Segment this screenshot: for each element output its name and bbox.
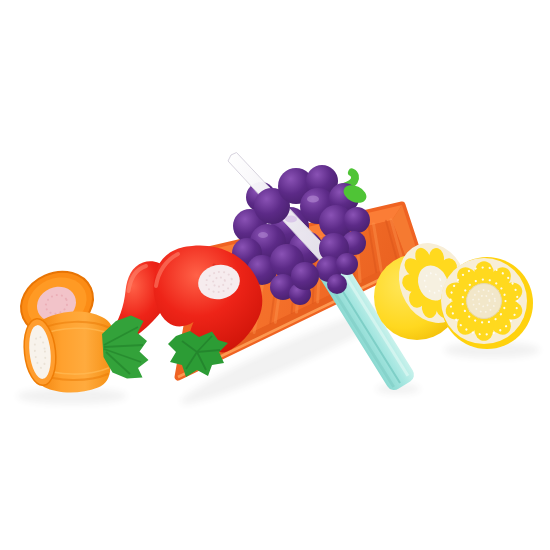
carrot-front-half: [21, 312, 113, 393]
lemon-front-half: [441, 257, 533, 349]
grape-berry: [327, 274, 347, 294]
product-photo: [0, 0, 550, 550]
lemon-center-pad: [467, 284, 502, 319]
grape-berry: [291, 262, 319, 290]
lemon-face: [441, 258, 527, 344]
grape-berry: [336, 253, 358, 275]
grape-berry: [344, 207, 370, 233]
photo-canvas: [0, 0, 550, 550]
